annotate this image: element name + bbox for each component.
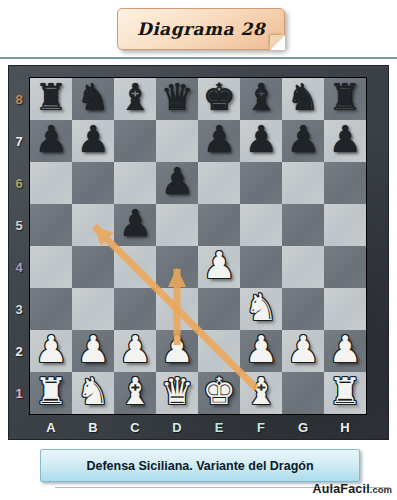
file-label-c: C xyxy=(114,414,156,440)
square-b4 xyxy=(72,246,114,288)
square-f7: ♟ xyxy=(240,120,282,162)
rank-label-3: 3 xyxy=(8,288,30,330)
white-pawn-g2: ♟ xyxy=(286,329,319,371)
black-pawn-c5: ♟ xyxy=(118,203,151,245)
file-label-a: A xyxy=(30,414,72,440)
square-h2: ♟ xyxy=(324,330,366,372)
black-king-e8: ♚ xyxy=(202,77,235,119)
square-b5 xyxy=(72,204,114,246)
white-pawn-e4: ♟ xyxy=(202,245,235,287)
square-h7: ♟ xyxy=(324,120,366,162)
white-rook-a1: ♜ xyxy=(34,371,67,413)
square-e2 xyxy=(198,330,240,372)
square-g5 xyxy=(282,204,324,246)
square-e8: ♚ xyxy=(198,78,240,120)
square-a3 xyxy=(30,288,72,330)
square-c7 xyxy=(114,120,156,162)
square-e4: ♟ xyxy=(198,246,240,288)
square-g2: ♟ xyxy=(282,330,324,372)
white-bishop-f1: ♝ xyxy=(244,371,277,413)
file-label-d: D xyxy=(156,414,198,440)
black-pawn-a7: ♟ xyxy=(34,119,67,161)
square-f5 xyxy=(240,204,282,246)
caption-text: Defensa Siciliana. Variante del Dragón xyxy=(86,459,313,473)
white-pawn-a2: ♟ xyxy=(34,329,67,371)
square-d2: ♟ xyxy=(156,330,198,372)
square-g4 xyxy=(282,246,324,288)
file-label-b: B xyxy=(72,414,114,440)
banner-fold-flap xyxy=(270,35,284,49)
rank-label-4: 4 xyxy=(8,246,30,288)
white-bishop-c1: ♝ xyxy=(118,371,151,413)
square-b3 xyxy=(72,288,114,330)
square-c5: ♟ xyxy=(114,204,156,246)
square-d7 xyxy=(156,120,198,162)
square-h4 xyxy=(324,246,366,288)
square-c8: ♝ xyxy=(114,78,156,120)
square-f6 xyxy=(240,162,282,204)
square-c6 xyxy=(114,162,156,204)
square-d1: ♛ xyxy=(156,372,198,414)
rank-label-2: 2 xyxy=(8,330,30,372)
square-a4 xyxy=(30,246,72,288)
rank-label-1: 1 xyxy=(8,372,30,414)
square-g3 xyxy=(282,288,324,330)
diagram-title-banner: Diagrama 28 xyxy=(117,8,285,50)
black-pawn-h7: ♟ xyxy=(328,119,361,161)
square-c3 xyxy=(114,288,156,330)
rank-label-7: 7 xyxy=(8,120,30,162)
white-knight-f3: ♞ xyxy=(244,287,277,329)
rank-label-8: 8 xyxy=(8,78,30,120)
brand-name: AulaFacil xyxy=(312,482,369,496)
square-a2: ♟ xyxy=(30,330,72,372)
square-d5 xyxy=(156,204,198,246)
diagram-title: Diagrama 28 xyxy=(137,19,265,39)
square-e6 xyxy=(198,162,240,204)
white-pawn-f2: ♟ xyxy=(244,329,277,371)
square-a8: ♜ xyxy=(30,78,72,120)
square-f3: ♞ xyxy=(240,288,282,330)
square-h6 xyxy=(324,162,366,204)
square-h1: ♜ xyxy=(324,372,366,414)
square-c1: ♝ xyxy=(114,372,156,414)
square-a1: ♜ xyxy=(30,372,72,414)
square-b7: ♟ xyxy=(72,120,114,162)
file-label-e: E xyxy=(198,414,240,440)
white-knight-b1: ♞ xyxy=(76,371,109,413)
white-pawn-b2: ♟ xyxy=(76,329,109,371)
square-e3 xyxy=(198,288,240,330)
black-pawn-g7: ♟ xyxy=(286,119,319,161)
black-pawn-e7: ♟ xyxy=(202,119,235,161)
brand-suffix: .com xyxy=(370,484,392,495)
square-d4 xyxy=(156,246,198,288)
white-pawn-h2: ♟ xyxy=(328,329,361,371)
square-g7: ♟ xyxy=(282,120,324,162)
rank-labels: 87654321 xyxy=(8,78,30,414)
square-c4 xyxy=(114,246,156,288)
square-a7: ♟ xyxy=(30,120,72,162)
black-pawn-b7: ♟ xyxy=(76,119,109,161)
square-d6: ♟ xyxy=(156,162,198,204)
white-pawn-c2: ♟ xyxy=(118,329,151,371)
square-h3 xyxy=(324,288,366,330)
square-d3 xyxy=(156,288,198,330)
square-g1 xyxy=(282,372,324,414)
square-e1: ♚ xyxy=(198,372,240,414)
white-pawn-d2: ♟ xyxy=(160,329,193,371)
file-labels: ABCDEFGH xyxy=(30,414,366,440)
black-pawn-d6: ♟ xyxy=(160,161,193,203)
black-rook-h8: ♜ xyxy=(328,77,361,119)
black-pawn-f7: ♟ xyxy=(244,119,277,161)
file-label-g: G xyxy=(282,414,324,440)
brand-logo: AulaFacil .com xyxy=(312,482,392,498)
file-label-f: F xyxy=(240,414,282,440)
caption-box: Defensa Siciliana. Variante del Dragón xyxy=(40,449,360,482)
square-b1: ♞ xyxy=(72,372,114,414)
black-queen-d8: ♛ xyxy=(160,77,193,119)
square-a6 xyxy=(30,162,72,204)
square-g6 xyxy=(282,162,324,204)
square-a5 xyxy=(30,204,72,246)
square-d8: ♛ xyxy=(156,78,198,120)
chess-board: ♜♞♝♛♚♝♞♜♟♟♟♟♟♟♟♟♟♞♟♟♟♟♟♟♟♜♞♝♛♚♝♜ xyxy=(30,78,366,414)
square-h8: ♜ xyxy=(324,78,366,120)
file-label-h: H xyxy=(324,414,366,440)
square-f4 xyxy=(240,246,282,288)
black-knight-b8: ♞ xyxy=(76,77,109,119)
black-knight-g8: ♞ xyxy=(286,77,319,119)
square-h5 xyxy=(324,204,366,246)
chess-board-frame: 87654321 ABCDEFGH ♜♞♝♛♚♝♞♜♟♟♟♟♟♟♟♟♟♞♟♟♟♟… xyxy=(8,65,389,440)
square-b6 xyxy=(72,162,114,204)
rank-label-6: 6 xyxy=(8,162,30,204)
white-rook-h1: ♜ xyxy=(328,371,361,413)
black-bishop-c8: ♝ xyxy=(118,77,151,119)
square-b8: ♞ xyxy=(72,78,114,120)
square-f1: ♝ xyxy=(240,372,282,414)
black-rook-a8: ♜ xyxy=(34,77,67,119)
square-b2: ♟ xyxy=(72,330,114,372)
square-e5 xyxy=(198,204,240,246)
square-g8: ♞ xyxy=(282,78,324,120)
header-divider xyxy=(0,57,397,59)
square-e7: ♟ xyxy=(198,120,240,162)
square-f2: ♟ xyxy=(240,330,282,372)
square-f8: ♝ xyxy=(240,78,282,120)
white-king-e1: ♚ xyxy=(202,371,235,413)
rank-label-5: 5 xyxy=(8,204,30,246)
white-queen-d1: ♛ xyxy=(160,371,193,413)
square-c2: ♟ xyxy=(114,330,156,372)
black-bishop-f8: ♝ xyxy=(244,77,277,119)
